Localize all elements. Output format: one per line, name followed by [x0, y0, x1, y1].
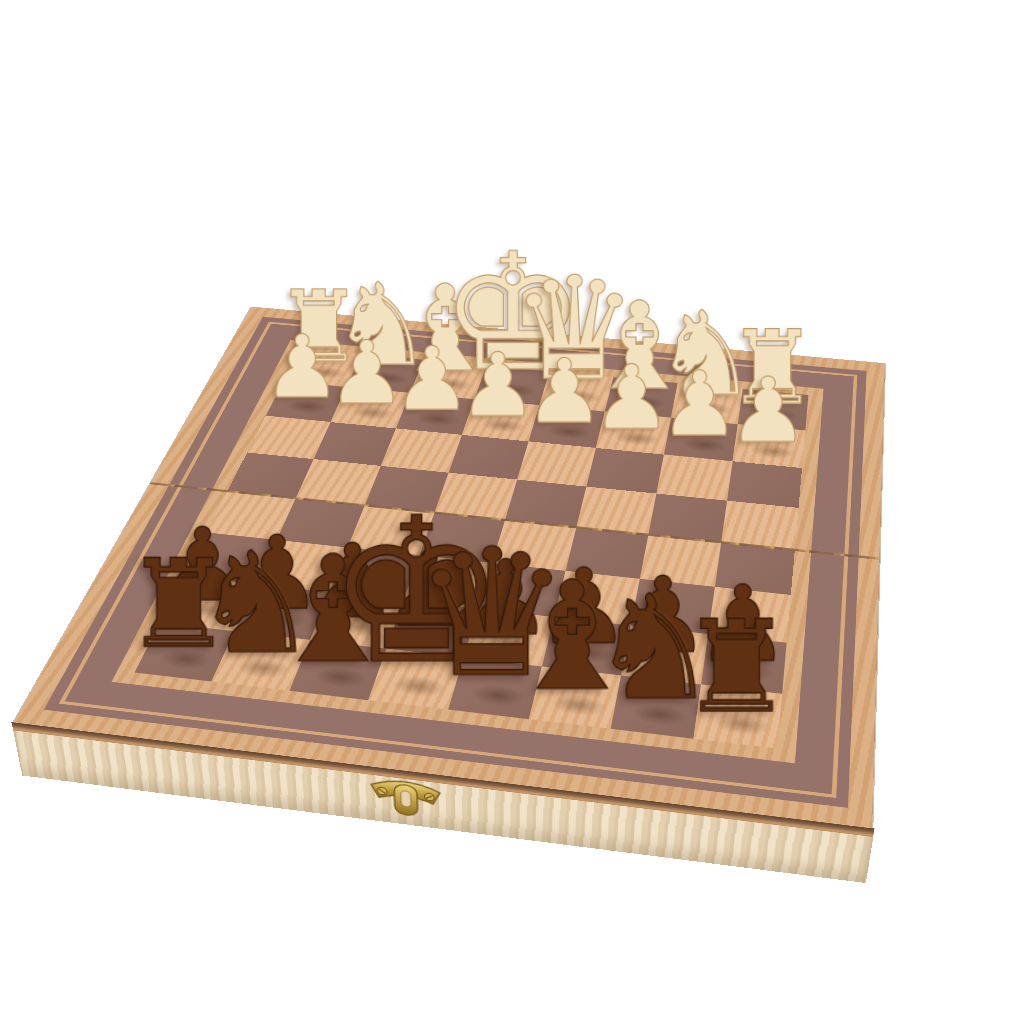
square-c6	[554, 571, 640, 626]
square-f5	[348, 505, 435, 555]
piece-contact-shadow	[353, 367, 420, 390]
piece-contact-shadow	[701, 705, 783, 743]
square-c3	[586, 448, 664, 494]
piece-contact-shadow	[456, 678, 539, 714]
piece-contact-shadow	[403, 407, 472, 432]
piece-contact-shadow	[469, 413, 538, 438]
piece-contact-shadow	[546, 384, 613, 408]
chess-board: ♜♞♝♚♛♝♞♜♟♟♟♟♟♟♟♟♟♟♟♟♟♟♟♟♜♞♝♚♛♝♞♜	[14, 307, 885, 828]
piece-contact-shadow	[220, 651, 305, 686]
board-top-face: ♜♞♝♚♛♝♞♜♟♟♟♟♟♟♟♟♟♟♟♟♟♟♟♟♜♞♝♚♛♝♞♜	[14, 307, 885, 828]
square-e6	[403, 555, 492, 609]
square-b2: ♟	[664, 418, 738, 461]
square-c5	[566, 527, 649, 578]
square-a5	[715, 542, 795, 595]
piece-contact-shadow	[618, 696, 700, 733]
square-a6	[708, 587, 791, 643]
square-d5	[492, 520, 576, 571]
square-e5	[419, 513, 505, 563]
square-f2: ♟	[396, 393, 475, 435]
piece-contact-shadow	[298, 660, 382, 696]
square-b6	[631, 579, 715, 634]
square-d6	[478, 563, 565, 617]
square-d8: ♛	[448, 657, 542, 719]
piece-contact-shadow	[376, 669, 460, 705]
piece-contact-shadow	[744, 403, 810, 427]
square-a3	[727, 461, 802, 508]
product-photo: ♜♞♝♚♛♝♞♜♟♟♟♟♟♟♟♟♟♟♟♟♟♟♟♟♜♞♝♚♛♝♞♜	[0, 0, 1010, 1010]
piece-contact-shadow	[481, 379, 548, 403]
square-b5	[640, 535, 721, 587]
piece-contact-shadow	[537, 687, 620, 724]
